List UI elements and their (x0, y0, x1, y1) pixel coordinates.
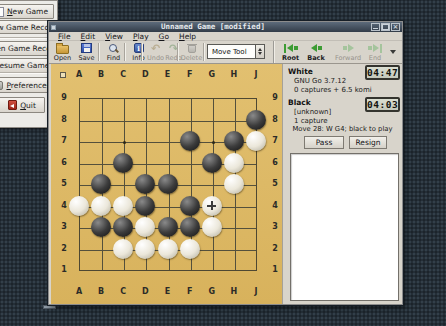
menu-go[interactable]: Go (154, 32, 174, 41)
stone-C6-black (113, 153, 133, 173)
launcher-button-label: New Game Record (0, 23, 54, 32)
navigation-toolbar: RootBackForwardEnd (273, 41, 402, 63)
launcher-button-open-game-record[interactable]: Open Game Record (0, 41, 54, 56)
window-resize-grip[interactable] (43, 305, 56, 309)
tool-selector-value: Move Tool (208, 48, 255, 56)
board-row-label: 6 (267, 158, 283, 168)
find-button[interactable]: Find (102, 42, 125, 63)
board-row-label: 1 (56, 265, 72, 275)
stone-E2-white (158, 239, 178, 259)
board-row-label: 8 (267, 115, 283, 125)
board-row-label: 5 (267, 179, 283, 189)
new-game-page-icon (0, 7, 4, 17)
white-player-label: White (288, 67, 313, 76)
go-last-icon (368, 44, 382, 53)
board-col-label: C (115, 287, 131, 297)
desktop: New GameNew Game RecordOpen Game RecordR… (0, 0, 446, 326)
pass-button[interactable]: Pass (304, 136, 344, 149)
toolbar-separator (177, 43, 179, 61)
stone-B5-black (91, 174, 111, 194)
separator (0, 72, 55, 74)
separator (0, 37, 55, 39)
black-player-label: Black (288, 98, 311, 107)
menu-help[interactable]: Help (174, 32, 201, 41)
save-button[interactable]: Save (75, 42, 98, 63)
board-col-label: H (226, 287, 242, 297)
board-row-label: 5 (56, 179, 72, 189)
board-row-label: 7 (56, 136, 72, 146)
black-name-label: [unknown] (294, 108, 331, 116)
stone-B3-black (91, 217, 111, 237)
star-point (212, 141, 215, 144)
board-row-label: 3 (56, 222, 72, 232)
stone-G6-black (202, 153, 222, 173)
quit-icon (8, 100, 17, 110)
stone-E5-black (158, 174, 178, 194)
board-col-label: F (182, 70, 198, 80)
board-col-label: B (93, 70, 109, 80)
stone-H6-white (224, 153, 244, 173)
board-col-label: H (226, 70, 242, 80)
stone-F3-black (180, 217, 200, 237)
stone-H5-white (224, 174, 244, 194)
toolbar-button-label: Delete (181, 54, 202, 62)
maximize-button[interactable] (381, 23, 390, 31)
nav-button-label: Back (307, 54, 325, 62)
tool-selector-spinner[interactable] (255, 45, 264, 58)
menu-edit[interactable]: Edit (76, 32, 101, 41)
launcher-button-quit[interactable]: Quit (0, 97, 45, 113)
nav-button-label: End (369, 54, 381, 62)
black-captures-label: 1 capture (294, 117, 327, 125)
save-floppy-icon (81, 43, 92, 53)
minimize-button[interactable] (371, 23, 380, 31)
launcher-button-new-game[interactable]: New Game (0, 4, 54, 19)
stone-B4-white (91, 196, 111, 216)
toolbar-overflow-icon[interactable] (390, 50, 396, 54)
last-move-marker (207, 201, 216, 210)
board-row-label: 1 (267, 265, 283, 275)
board-row-label: 3 (267, 222, 283, 232)
open-folder-icon (56, 45, 69, 54)
star-point (123, 141, 126, 144)
board-col-label: J (248, 70, 264, 80)
toolbar-separator (203, 43, 205, 61)
board-row-label: 2 (56, 244, 72, 254)
menu-bar: FileEditViewPlayGoHelp (49, 32, 402, 41)
open-button[interactable]: Open (51, 42, 74, 63)
go-forward-icon (343, 44, 354, 52)
board-row-label: 6 (56, 158, 72, 168)
find-magnifier-icon (108, 43, 120, 54)
stone-D2-white (135, 239, 155, 259)
go-back-icon (311, 44, 322, 52)
end-button: End (363, 42, 387, 63)
menu-play[interactable]: Play (128, 32, 154, 41)
launcher-button-label: Preferences (6, 81, 50, 90)
launcher-button-label: Open Game Record (0, 44, 54, 53)
toolbar-separator (98, 43, 100, 61)
toolbar-button-label: Save (79, 54, 95, 62)
spin-down-icon (258, 52, 262, 55)
close-button[interactable]: × (391, 23, 400, 31)
board-col-label: E (160, 287, 176, 297)
launcher-button-label: New Game (7, 7, 48, 16)
board-row-label: 4 (267, 201, 283, 211)
toolbar-button-label: Find (107, 54, 120, 62)
forward-button: Forward (333, 42, 363, 63)
window-title: Unnamed Game [modified] (56, 22, 370, 32)
board-col-label: A (71, 70, 87, 80)
board-col-label: G (204, 287, 220, 297)
launcher-button-resume-game[interactable]: Resume Game (0, 58, 54, 73)
board-col-label: G (204, 70, 220, 80)
spin-up-icon (258, 48, 262, 51)
board-col-label: A (71, 287, 87, 297)
board-row-label: 2 (267, 244, 283, 254)
menu-file[interactable]: File (53, 32, 76, 41)
preferences-icon (0, 81, 3, 90)
board-row-label: 7 (267, 136, 283, 146)
launcher-button-label: Resume Game (0, 61, 49, 70)
toolbar-separator (124, 43, 126, 61)
delete-trash-icon (188, 45, 196, 53)
stone-J7-white (246, 131, 266, 151)
stone-G3-white (202, 217, 222, 237)
board-row-label: 9 (267, 93, 283, 103)
stone-C4-white (113, 196, 133, 216)
white-engine-label: GNU Go 3.7.12 (294, 77, 346, 85)
root-button[interactable]: Root (278, 42, 303, 63)
white-captures-label: 0 captures + 6.5 komi (294, 86, 372, 94)
grid-line (213, 99, 214, 270)
menu-view[interactable]: View (100, 32, 128, 41)
board-col-label: E (160, 70, 176, 80)
toolbar-button-label: Open (54, 54, 71, 62)
game-window: Unnamed Game [modified] × FileEditViewPl… (48, 21, 403, 305)
white-clock: 04:47 (365, 65, 400, 80)
launcher-button-label: Quit (20, 101, 36, 110)
board-col-label: D (137, 287, 153, 297)
stone-F4-black (180, 196, 200, 216)
stone-F2-white (180, 239, 200, 259)
stone-D4-black (135, 196, 155, 216)
go-board[interactable]: AABBCCDDEEFFGGHHJJ998877665544332211 (51, 64, 282, 304)
resign-button[interactable]: Resign (349, 136, 387, 149)
board-col-label: J (248, 287, 264, 297)
stone-C2-white (113, 239, 133, 259)
delete-button: Delete (180, 42, 203, 63)
stone-F7-black (180, 131, 200, 151)
stone-A4-white (69, 196, 89, 216)
board-col-label: F (182, 287, 198, 297)
game-info-panel: White 04:47 GNU Go 3.7.12 0 captures + 6… (282, 64, 402, 304)
launcher-button-new-game-record[interactable]: New Game Record (0, 20, 54, 34)
undo-arrow-icon: ↶ (151, 43, 160, 54)
board-row-label: 8 (56, 115, 72, 125)
nav-button-label: Forward (335, 54, 361, 62)
nav-button-label: Root (282, 54, 299, 62)
stone-E3-black (158, 217, 178, 237)
launcher-button-preferences[interactable]: Preferences (0, 77, 51, 93)
board-row-label: 9 (56, 93, 72, 103)
toolbar: Move Tool RootBackForwardEnd OpenSaveFin… (49, 41, 402, 64)
tool-selector-combo[interactable]: Move Tool (207, 44, 265, 59)
toolbar-separator (141, 43, 143, 61)
go-first-icon (284, 44, 298, 53)
title-bar[interactable]: Unnamed Game [modified] × (49, 22, 402, 32)
board-col-label: D (137, 70, 153, 80)
stone-H7-black (224, 131, 244, 151)
board-corner-marker (60, 72, 66, 78)
move-status-line: Move 28: W G4; black to play (283, 125, 402, 133)
back-button[interactable]: Back (304, 42, 328, 63)
board-col-label: B (93, 287, 109, 297)
stone-J8-black (246, 110, 266, 130)
comment-text-area[interactable] (290, 153, 399, 301)
board-col-label: C (115, 70, 131, 80)
black-clock: 04:03 (365, 97, 400, 112)
